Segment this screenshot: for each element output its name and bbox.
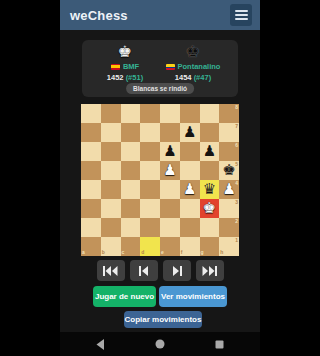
square-d7[interactable] [140, 123, 160, 142]
square-e1[interactable]: e [160, 237, 180, 256]
square-b3[interactable] [101, 199, 121, 218]
square-d6[interactable] [140, 142, 160, 161]
white-king-icon: ♚ [118, 43, 132, 60]
square-b1[interactable]: b [101, 237, 121, 256]
square-b7[interactable] [101, 123, 121, 142]
square-a3[interactable] [81, 199, 101, 218]
rank-label-4: 4 [235, 181, 238, 186]
square-g1[interactable]: g [200, 237, 220, 256]
square-h2[interactable]: 2 [219, 218, 239, 237]
square-c7[interactable] [121, 123, 141, 142]
copy-moves-button[interactable]: Copiar movimientos [124, 311, 202, 328]
square-c1[interactable]: c [121, 237, 141, 256]
square-g3[interactable]: ♚ [200, 199, 220, 218]
square-g7[interactable] [200, 123, 220, 142]
square-b4[interactable] [101, 180, 121, 199]
square-a1[interactable]: a [81, 237, 101, 256]
square-h1[interactable]: h1 [219, 237, 239, 256]
square-b2[interactable] [101, 218, 121, 237]
square-e5[interactable]: ♟ [160, 161, 180, 180]
rank-label-8: 8 [235, 105, 238, 110]
file-label-f: f [181, 250, 183, 255]
square-f2[interactable] [180, 218, 200, 237]
rank-label-2: 2 [235, 219, 238, 224]
square-c4[interactable] [121, 180, 141, 199]
square-e6[interactable]: ♟ [160, 142, 180, 161]
spain-flag-icon [111, 64, 120, 70]
square-a5[interactable] [81, 161, 101, 180]
recents-square-icon[interactable] [215, 340, 224, 349]
step-forward-button[interactable] [163, 260, 191, 281]
square-d5[interactable] [140, 161, 160, 180]
app-title: weChess [70, 8, 128, 23]
square-b5[interactable] [101, 161, 121, 180]
square-d3[interactable] [140, 199, 160, 218]
step-back-button[interactable] [130, 260, 158, 281]
black-rating: 1454 (#47) [175, 73, 211, 82]
rank-label-7: 7 [235, 124, 238, 129]
square-g2[interactable] [200, 218, 220, 237]
skip-to-end-button[interactable] [196, 260, 224, 281]
wechess-app-screen: weChess ♚ BMF 1452 (#51) ♚ Pontanalino 1… [60, 0, 260, 356]
view-moves-button[interactable]: Ver movimientos [159, 286, 227, 307]
square-f5[interactable] [180, 161, 200, 180]
square-a8[interactable] [81, 104, 101, 123]
black-rank: (#47) [194, 73, 212, 82]
file-label-e: e [161, 250, 164, 255]
black-name-row: Pontanalino [166, 62, 221, 71]
white-king[interactable]: ♚ [200, 199, 220, 218]
square-f4[interactable]: ♟ [180, 180, 200, 199]
square-e4[interactable] [160, 180, 180, 199]
square-d2[interactable] [140, 218, 160, 237]
white-name-row: BMF [111, 62, 139, 71]
square-b8[interactable] [101, 104, 121, 123]
square-d1[interactable]: d [140, 237, 160, 256]
square-a6[interactable] [81, 142, 101, 161]
square-h7[interactable]: 7 [219, 123, 239, 142]
player-black: ♚ Pontanalino 1454 (#47) [158, 43, 228, 82]
black-pawn[interactable]: ♟ [200, 142, 220, 161]
square-c3[interactable] [121, 199, 141, 218]
square-f7[interactable]: ♟ [180, 123, 200, 142]
square-a4[interactable] [81, 180, 101, 199]
status-badge: Blancas se rindió [126, 83, 194, 94]
square-g6[interactable]: ♟ [200, 142, 220, 161]
black-rating-value: 1454 [175, 73, 192, 82]
black-queen[interactable]: ♛ [200, 180, 220, 199]
home-circle-icon[interactable] [155, 339, 165, 349]
file-label-g: g [201, 250, 204, 255]
rank-label-1: 1 [235, 238, 238, 243]
square-h4[interactable]: ♟4 [219, 180, 239, 199]
square-h6[interactable]: 6 [219, 142, 239, 161]
file-label-d: d [141, 250, 144, 255]
menu-button[interactable] [230, 4, 252, 26]
play-again-button[interactable]: Jugar de nuevo [93, 286, 156, 307]
square-e2[interactable] [160, 218, 180, 237]
square-h8[interactable]: 8 [219, 104, 239, 123]
player-white: ♚ BMF 1452 (#51) [90, 43, 160, 82]
move-nav-controls [60, 260, 260, 281]
square-d4[interactable] [140, 180, 160, 199]
square-a7[interactable] [81, 123, 101, 142]
square-e8[interactable] [160, 104, 180, 123]
file-label-c: c [122, 250, 125, 255]
square-c5[interactable] [121, 161, 141, 180]
black-player-name[interactable]: Pontanalino [178, 62, 221, 71]
square-d8[interactable] [140, 104, 160, 123]
square-f8[interactable] [180, 104, 200, 123]
colombia-flag-icon [166, 64, 175, 70]
white-pawn[interactable]: ♟ [160, 161, 180, 180]
square-h5[interactable]: ♚5 [219, 161, 239, 180]
android-nav-bar [60, 332, 260, 356]
rank-label-3: 3 [235, 200, 238, 205]
back-triangle-icon[interactable] [96, 339, 105, 350]
black-pawn[interactable]: ♟ [180, 123, 200, 142]
chess-board[interactable]: 8♟7♟♟6♟♚5♟♛♟4♚32abcdefgh1 [81, 104, 239, 256]
black-pawn[interactable]: ♟ [160, 142, 180, 161]
square-b6[interactable] [101, 142, 121, 161]
file-label-h: h [220, 250, 223, 255]
app-bar: weChess [60, 0, 260, 30]
square-e7[interactable] [160, 123, 180, 142]
skip-to-start-button[interactable] [97, 260, 125, 281]
square-f1[interactable]: f [180, 237, 200, 256]
white-rank: (#51) [126, 73, 144, 82]
match-card: ♚ BMF 1452 (#51) ♚ Pontanalino 1454 (#47… [82, 40, 238, 97]
square-c6[interactable] [121, 142, 141, 161]
rank-label-5: 5 [235, 162, 238, 167]
file-label-b: b [102, 250, 105, 255]
square-g5[interactable] [200, 161, 220, 180]
square-a2[interactable] [81, 218, 101, 237]
square-g8[interactable] [200, 104, 220, 123]
square-c2[interactable] [121, 218, 141, 237]
white-rating: 1452 (#51) [107, 73, 143, 82]
square-f6[interactable] [180, 142, 200, 161]
square-f3[interactable] [180, 199, 200, 218]
square-g4[interactable]: ♛ [200, 180, 220, 199]
square-c8[interactable] [121, 104, 141, 123]
black-king-icon: ♚ [186, 43, 200, 60]
rank-label-6: 6 [235, 143, 238, 148]
white-rating-value: 1452 [107, 73, 124, 82]
square-e3[interactable] [160, 199, 180, 218]
file-label-a: a [82, 250, 85, 255]
square-h3[interactable]: 3 [219, 199, 239, 218]
white-player-name[interactable]: BMF [123, 62, 139, 71]
white-pawn[interactable]: ♟ [180, 180, 200, 199]
